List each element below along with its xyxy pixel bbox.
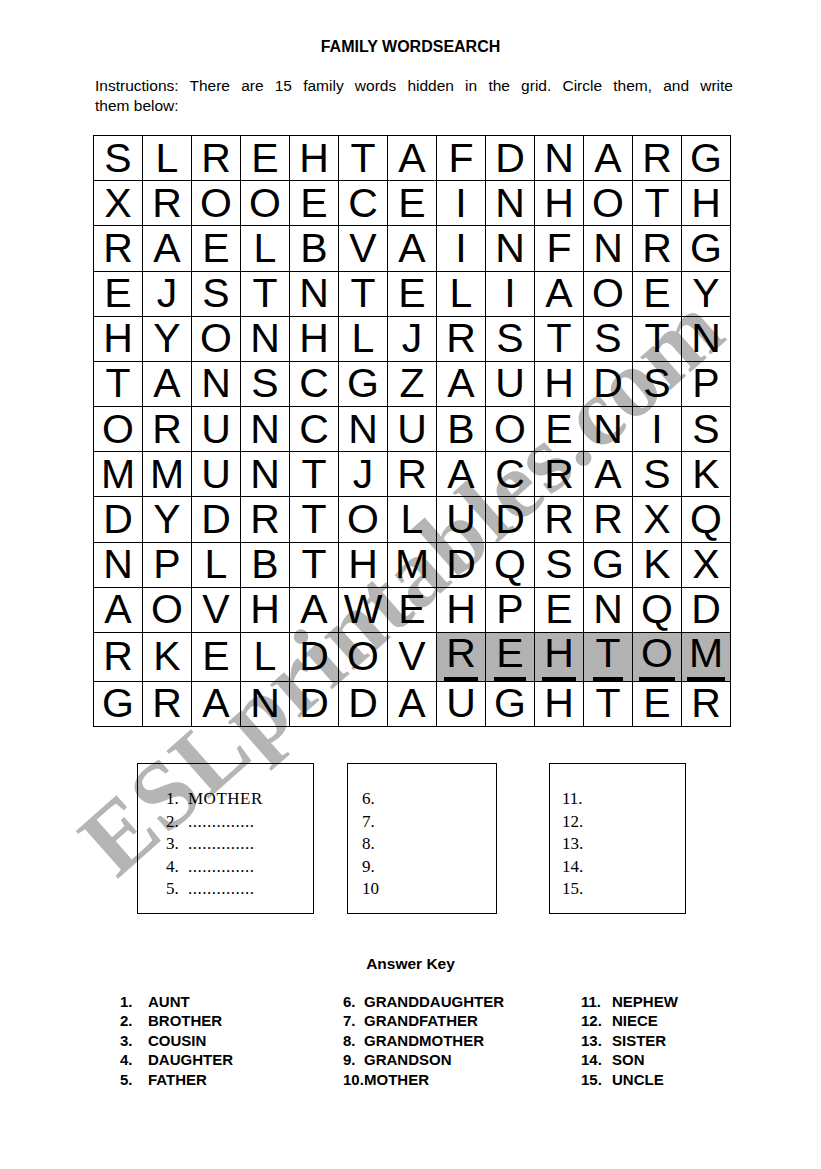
grid-cell: N: [682, 317, 731, 362]
grid-letter: N: [495, 183, 525, 224]
answer-key-number: 11.: [581, 993, 612, 1010]
worksheet-page: ESLprintables.com FAMILY WORDSEARCH Inst…: [0, 0, 821, 1169]
grid-letter: G: [347, 363, 379, 404]
grid-letter: J: [402, 318, 423, 359]
grid-letter: E: [545, 409, 572, 450]
grid-cell: N: [486, 226, 535, 271]
grid-cell: U: [486, 362, 535, 407]
grid-letter: H: [446, 589, 476, 630]
answer-key-word: SON: [612, 1051, 645, 1068]
grid-cell: U: [388, 407, 437, 452]
answer-key-word: GRANDMOTHER: [364, 1032, 484, 1049]
grid-letter: J: [157, 273, 178, 314]
answer-key-number: 9.: [343, 1051, 364, 1068]
answer-key-number: 5.: [120, 1071, 148, 1088]
grid-cell: H: [682, 181, 731, 226]
grid-letter: A: [447, 454, 474, 495]
grid-cell: G: [682, 136, 731, 181]
answer-key-word: FATHER: [148, 1071, 207, 1088]
grid-letter: U: [495, 363, 525, 404]
grid-letter: T: [644, 183, 669, 224]
grid-cell: O: [94, 407, 143, 452]
answer-line-number: 4.: [166, 857, 188, 877]
grid-letter: E: [398, 183, 425, 224]
grid-cell: U: [192, 407, 241, 452]
grid-letter: A: [398, 138, 425, 179]
grid-cell: T: [241, 272, 290, 317]
grid-letter: E: [202, 636, 229, 677]
grid-letter: U: [397, 409, 427, 450]
answer-line-number: 14.: [562, 857, 590, 877]
grid-cell: T: [584, 633, 633, 682]
grid-cell: N: [486, 181, 535, 226]
grid-letter: D: [348, 683, 378, 724]
grid-letter: E: [643, 683, 670, 724]
grid-cell: L: [192, 543, 241, 588]
grid-cell: E: [192, 633, 241, 682]
grid-letter: U: [201, 454, 231, 495]
answer-key-word: NIECE: [612, 1012, 658, 1029]
grid-cell: S: [94, 136, 143, 181]
grid-cell: Q: [633, 588, 682, 633]
grid-cell: I: [437, 226, 486, 271]
grid-cell: R: [143, 682, 192, 727]
grid-cell: S: [192, 272, 241, 317]
grid-letter: M: [101, 454, 135, 495]
grid-letter: H: [544, 183, 574, 224]
grid-letter: G: [494, 683, 526, 724]
answer-key-number: 8.: [343, 1032, 364, 1049]
grid-cell: N: [192, 362, 241, 407]
grid-cell: R: [94, 633, 143, 682]
grid-letter: G: [592, 544, 624, 585]
grid-cell: T: [633, 181, 682, 226]
grid-letter: E: [251, 138, 278, 179]
grid-letter: N: [250, 409, 280, 450]
answer-line-number: 9.: [362, 857, 384, 877]
answer-key-word: NEPHEW: [612, 993, 678, 1010]
answer-box-line: 2...............: [166, 812, 313, 835]
grid-cell: A: [388, 682, 437, 727]
answer-box-2: 6.7.8.9.10: [347, 763, 497, 914]
grid-cell: R: [535, 497, 584, 542]
grid-letter: E: [300, 183, 327, 224]
grid-cell: J: [143, 272, 192, 317]
grid-letter: R: [152, 683, 182, 724]
grid-letter: S: [202, 273, 229, 314]
answer-key-word: UNCLE: [612, 1071, 664, 1088]
grid-letter: O: [494, 409, 526, 450]
grid-cell: L: [437, 272, 486, 317]
answer-box-line: 11.: [562, 789, 685, 812]
answer-box-line: 3...............: [166, 834, 313, 857]
grid-cell: H: [94, 317, 143, 362]
grid-cell: L: [241, 226, 290, 271]
grid-letter: A: [398, 228, 425, 269]
answer-key-item: 1.AUNT: [120, 993, 233, 1012]
grid-cell: A: [143, 362, 192, 407]
answer-key-number: 4.: [120, 1051, 148, 1068]
answer-key-title: Answer Key: [0, 955, 821, 973]
grid-cell: R: [633, 226, 682, 271]
grid-cell: E: [535, 588, 584, 633]
grid-cell: M: [682, 633, 731, 682]
grid-letter: L: [254, 228, 277, 269]
instructions-line2: them below:: [95, 96, 733, 116]
grid-cell: P: [143, 543, 192, 588]
grid-letter: H: [544, 683, 574, 724]
grid-cell: N: [584, 588, 633, 633]
grid-letter: C: [495, 454, 525, 495]
grid-cell: A: [437, 452, 486, 497]
grid-cell: E: [388, 272, 437, 317]
grid-letter: D: [299, 683, 329, 724]
grid-letter: A: [202, 683, 229, 724]
grid-cell: B: [437, 407, 486, 452]
grid-cell: H: [290, 317, 339, 362]
grid-letter: H: [103, 318, 133, 359]
answer-box-line: 14.: [562, 857, 685, 880]
answer-key-item: 2.BROTHER: [120, 1012, 233, 1031]
grid-cell: K: [143, 633, 192, 682]
answer-key-number: 2.: [120, 1012, 148, 1029]
grid-letter: M: [687, 633, 725, 681]
grid-cell: X: [682, 543, 731, 588]
grid-cell: W: [339, 588, 388, 633]
grid-letter: N: [250, 683, 280, 724]
grid-cell: G: [94, 682, 143, 727]
grid-cell: T: [535, 317, 584, 362]
grid-cell: A: [584, 452, 633, 497]
grid-cell: R: [437, 317, 486, 362]
grid-cell: T: [290, 543, 339, 588]
grid-cell: E: [388, 588, 437, 633]
grid-letter: T: [593, 633, 622, 681]
answer-key-item: 13.SISTER: [581, 1032, 678, 1051]
grid-letter: O: [249, 183, 281, 224]
grid-letter: V: [398, 636, 425, 677]
answer-key-item: 7.GRANDFATHER: [343, 1012, 504, 1031]
grid-letter: O: [592, 273, 624, 314]
grid-letter: C: [299, 409, 329, 450]
grid-cell: H: [535, 181, 584, 226]
grid-letter: N: [593, 589, 623, 630]
answer-key-word: GRANDDAUGHTER: [364, 993, 504, 1010]
grid-cell: O: [584, 181, 633, 226]
grid-cell: B: [241, 543, 290, 588]
page-title: FAMILY WORDSEARCH: [0, 38, 821, 56]
grid-cell: A: [290, 588, 339, 633]
answer-key-number: 15.: [581, 1071, 612, 1088]
grid-cell: E: [388, 181, 437, 226]
grid-cell: V: [339, 226, 388, 271]
grid-cell: D: [290, 682, 339, 727]
grid-letter: E: [494, 633, 525, 681]
grid-cell: U: [437, 682, 486, 727]
grid-letter: K: [692, 454, 719, 495]
answer-box-line: 6.: [362, 789, 496, 812]
grid-cell: O: [339, 633, 388, 682]
grid-letter: K: [153, 636, 180, 677]
grid-letter: X: [104, 183, 131, 224]
grid-letter: T: [595, 683, 620, 724]
answer-key-number: 10.: [343, 1071, 364, 1088]
answer-key-number: 1.: [120, 993, 148, 1010]
wordsearch-grid: SLREHTAFDNARGXROOECEINHOTHRAELBVAINFNRGE…: [93, 135, 731, 727]
grid-letter: Y: [153, 499, 180, 540]
grid-letter: T: [350, 273, 375, 314]
grid-letter: P: [692, 363, 719, 404]
grid-cell: R: [437, 633, 486, 682]
answer-key-item: 6.GRANDDAUGHTER: [343, 993, 504, 1012]
grid-cell: L: [388, 497, 437, 542]
grid-cell: O: [241, 181, 290, 226]
grid-letter: U: [446, 499, 476, 540]
grid-letter: Z: [399, 363, 424, 404]
grid-letter: J: [353, 454, 374, 495]
grid-cell: E: [535, 407, 584, 452]
grid-cell: H: [437, 588, 486, 633]
grid-letter: F: [546, 228, 571, 269]
grid-letter: R: [642, 228, 672, 269]
grid-letter: G: [690, 228, 722, 269]
grid-letter: R: [103, 228, 133, 269]
grid-cell: K: [633, 543, 682, 588]
grid-letter: H: [691, 183, 721, 224]
answer-box-line: 10: [362, 879, 496, 902]
answer-line-number: 15.: [562, 879, 590, 899]
answer-key-item: 15.UNCLE: [581, 1071, 678, 1090]
grid-letter: L: [254, 636, 277, 677]
grid-letter: R: [152, 183, 182, 224]
grid-cell: H: [535, 362, 584, 407]
grid-letter: Y: [692, 273, 719, 314]
grid-cell: I: [437, 181, 486, 226]
answer-line-number: 1.: [166, 789, 188, 809]
answer-line-number: 8.: [362, 834, 384, 854]
answer-key-number: 7.: [343, 1012, 364, 1029]
grid-letter: D: [593, 363, 623, 404]
grid-cell: Z: [388, 362, 437, 407]
answer-line-number: 7.: [362, 812, 384, 832]
grid-letter: Q: [690, 499, 722, 540]
grid-cell: X: [94, 181, 143, 226]
grid-cell: T: [633, 317, 682, 362]
answer-key-item: 10.MOTHER: [343, 1071, 504, 1090]
grid-letter: S: [692, 409, 719, 450]
grid-letter: E: [398, 273, 425, 314]
answer-box-line: 7.: [362, 812, 496, 835]
grid-cell: S: [682, 407, 731, 452]
answer-line-number: 5.: [166, 879, 188, 899]
grid-cell: Q: [682, 497, 731, 542]
answer-key-item: 12.NIECE: [581, 1012, 678, 1031]
answer-box-line: 12.: [562, 812, 685, 835]
grid-letter: H: [544, 363, 574, 404]
grid-letter: D: [446, 544, 476, 585]
grid-cell: N: [339, 407, 388, 452]
grid-cell: N: [241, 682, 290, 727]
grid-letter: N: [250, 318, 280, 359]
grid-letter: A: [447, 363, 474, 404]
grid-letter: T: [252, 273, 277, 314]
grid-cell: Y: [143, 317, 192, 362]
grid-cell: R: [633, 136, 682, 181]
grid-letter: D: [299, 636, 329, 677]
grid-letter: P: [496, 589, 523, 630]
answer-key-item: 14.SON: [581, 1051, 678, 1070]
answer-line-text: ..............: [188, 857, 255, 876]
grid-cell: E: [290, 181, 339, 226]
grid-cell: Q: [486, 543, 535, 588]
grid-letter: A: [104, 589, 131, 630]
answer-box-1: 1.MOTHER2...............3...............…: [137, 763, 314, 914]
answer-key-number: 6.: [343, 993, 364, 1010]
grid-letter: O: [592, 183, 624, 224]
grid-letter: A: [545, 273, 572, 314]
answer-key-word: MOTHER: [364, 1071, 429, 1088]
grid-letter: E: [104, 273, 131, 314]
grid-letter: S: [643, 454, 670, 495]
grid-cell: O: [584, 272, 633, 317]
grid-cell: D: [94, 497, 143, 542]
answer-key-word: GRANDSON: [364, 1051, 452, 1068]
answer-key-item: 8.GRANDMOTHER: [343, 1032, 504, 1051]
grid-cell: O: [192, 181, 241, 226]
grid-cell: D: [437, 543, 486, 588]
grid-cell: R: [584, 497, 633, 542]
grid-letter: O: [102, 409, 134, 450]
grid-cell: I: [486, 272, 535, 317]
grid-letter: A: [153, 228, 180, 269]
grid-letter: N: [495, 228, 525, 269]
grid-cell: M: [143, 452, 192, 497]
grid-cell: J: [339, 452, 388, 497]
grid-letter: X: [643, 499, 670, 540]
grid-cell: O: [339, 497, 388, 542]
grid-cell: N: [290, 272, 339, 317]
grid-letter: T: [301, 454, 326, 495]
grid-cell: G: [682, 226, 731, 271]
answer-key-number: 14.: [581, 1051, 612, 1068]
grid-letter: L: [352, 318, 375, 359]
grid-cell: R: [192, 136, 241, 181]
grid-cell: K: [682, 452, 731, 497]
grid-cell: S: [535, 543, 584, 588]
grid-letter: O: [200, 183, 232, 224]
grid-cell: A: [535, 272, 584, 317]
grid-letter: D: [495, 499, 525, 540]
grid-cell: A: [143, 226, 192, 271]
grid-letter: H: [542, 633, 576, 681]
grid-cell: C: [339, 181, 388, 226]
grid-letter: F: [448, 138, 473, 179]
grid-cell: D: [584, 362, 633, 407]
grid-cell: E: [94, 272, 143, 317]
grid-letter: R: [201, 138, 231, 179]
grid-cell: F: [437, 136, 486, 181]
grid-letter: O: [347, 636, 379, 677]
grid-letter: I: [455, 183, 466, 224]
grid-cell: L: [339, 317, 388, 362]
grid-letter: G: [690, 138, 722, 179]
grid-cell: P: [682, 362, 731, 407]
grid-letter: N: [348, 409, 378, 450]
answer-key-item: 4.DAUGHTER: [120, 1051, 233, 1070]
grid-cell: U: [437, 497, 486, 542]
grid-cell: H: [241, 588, 290, 633]
grid-cell: N: [241, 317, 290, 362]
grid-letter: R: [642, 138, 672, 179]
grid-letter: O: [200, 318, 232, 359]
grid-letter: D: [691, 589, 721, 630]
grid-letter: E: [643, 273, 670, 314]
grid-cell: N: [94, 543, 143, 588]
answer-key-col-3: 11.NEPHEW12.NIECE13.SISTER14.SON15.UNCLE: [581, 993, 678, 1090]
grid-cell: D: [682, 588, 731, 633]
grid-letter: C: [299, 363, 329, 404]
instructions-line1: Instructions: There are 15 family words …: [95, 76, 733, 96]
grid-letter: U: [201, 409, 231, 450]
grid-cell: R: [241, 497, 290, 542]
grid-cell: D: [486, 497, 535, 542]
grid-letter: I: [504, 273, 515, 314]
answer-box-line: 13.: [562, 834, 685, 857]
answer-line-text: ..............: [188, 834, 255, 853]
grid-letter: T: [350, 138, 375, 179]
answer-box-line: 9.: [362, 857, 496, 880]
grid-letter: X: [692, 544, 719, 585]
grid-letter: N: [250, 454, 280, 495]
grid-letter: H: [348, 544, 378, 585]
grid-letter: B: [447, 409, 474, 450]
answer-line-text: MOTHER: [188, 789, 263, 808]
grid-letter: N: [593, 228, 623, 269]
grid-cell: M: [94, 452, 143, 497]
grid-letter: H: [250, 589, 280, 630]
grid-cell: E: [486, 633, 535, 682]
grid-cell: R: [682, 682, 731, 727]
grid-letter: L: [401, 499, 424, 540]
answer-box-line: 1.MOTHER: [166, 789, 313, 812]
grid-letter: S: [594, 318, 621, 359]
grid-letter: T: [644, 318, 669, 359]
grid-cell: G: [486, 682, 535, 727]
answer-key-number: 3.: [120, 1032, 148, 1049]
answer-key-item: 5.FATHER: [120, 1071, 233, 1090]
grid-letter: N: [103, 544, 133, 585]
grid-cell: M: [388, 543, 437, 588]
grid-letter: R: [691, 683, 721, 724]
grid-cell: N: [584, 226, 633, 271]
grid-cell: R: [143, 181, 192, 226]
answer-key-item: 3.COUSIN: [120, 1032, 233, 1051]
grid-cell: R: [94, 226, 143, 271]
grid-letter: A: [398, 683, 425, 724]
answer-key-col-2: 6.GRANDDAUGHTER7.GRANDFATHER8.GRANDMOTHE…: [343, 993, 504, 1090]
answer-line-number: 3.: [166, 834, 188, 854]
grid-letter: N: [593, 409, 623, 450]
grid-cell: T: [339, 136, 388, 181]
grid-cell: J: [388, 317, 437, 362]
grid-cell: N: [241, 407, 290, 452]
grid-letter: R: [444, 633, 478, 681]
answer-line-number: 11.: [562, 789, 590, 809]
grid-letter: D: [495, 138, 525, 179]
grid-cell: T: [290, 497, 339, 542]
grid-letter: T: [301, 499, 326, 540]
grid-letter: O: [347, 499, 379, 540]
